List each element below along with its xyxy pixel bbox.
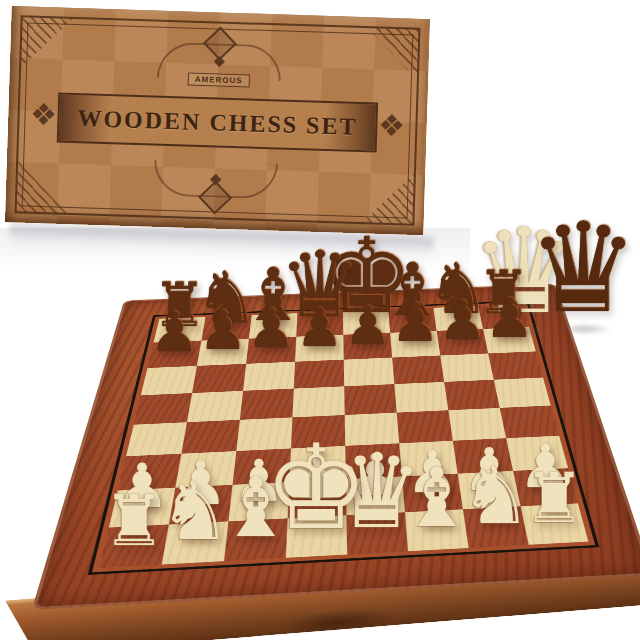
- square-e7: [343, 333, 392, 360]
- square-h2: [513, 468, 578, 506]
- square-c1: [224, 518, 288, 561]
- square-d2: [288, 479, 347, 518]
- square-g2: [458, 471, 521, 509]
- square-h1: [521, 503, 589, 544]
- square-a3: [118, 454, 182, 491]
- square-c2: [228, 482, 289, 521]
- square-e3: [345, 443, 402, 479]
- square-a5: [134, 393, 192, 425]
- square-b1: [162, 521, 229, 564]
- square-c3: [233, 448, 291, 484]
- square-c6: [243, 362, 295, 391]
- square-f7: [390, 331, 440, 358]
- square-h4: [500, 406, 559, 439]
- square-a8: [154, 317, 206, 343]
- square-b2: [169, 485, 233, 525]
- square-f3: [399, 441, 457, 477]
- square-e5: [344, 384, 396, 415]
- square-b3: [175, 451, 236, 488]
- square-h5: [494, 378, 551, 408]
- square-f6: [392, 356, 444, 385]
- square-e1: [346, 512, 408, 554]
- square-a2: [109, 488, 176, 528]
- square-a6: [141, 366, 197, 395]
- board-grid: [99, 304, 588, 568]
- square-e4: [345, 413, 399, 446]
- extra-black-queen-piece: ♛: [527, 206, 638, 330]
- square-b8: [201, 315, 251, 341]
- square-a4: [126, 422, 187, 456]
- square-c7: [246, 337, 296, 364]
- square-g6: [440, 353, 493, 381]
- square-d4: [291, 415, 345, 448]
- square-d1: [286, 515, 347, 558]
- square-e8: [343, 310, 390, 335]
- square-h3: [506, 436, 568, 471]
- square-f4: [397, 410, 453, 443]
- board-boundary-line: [88, 301, 600, 575]
- square-e2: [346, 476, 405, 515]
- product-photo: AMEROUS WOODEN CHESS SET ❖ ❖ ♛ ♛ ♜♞♝♛♚♝♞…: [0, 0, 640, 640]
- square-g4: [448, 408, 506, 441]
- square-d8: [296, 311, 343, 336]
- square-h6: [488, 351, 543, 379]
- square-g1: [463, 506, 529, 548]
- square-b5: [187, 391, 243, 422]
- square-g3: [453, 438, 513, 473]
- square-a7: [147, 341, 201, 368]
- square-d6: [294, 360, 344, 389]
- square-f8: [388, 308, 436, 333]
- square-c8: [249, 313, 297, 338]
- square-g5: [444, 380, 500, 411]
- square-f2: [402, 474, 463, 513]
- square-f5: [394, 382, 448, 413]
- square-f1: [405, 509, 469, 551]
- square-a1: [99, 524, 169, 567]
- square-b4: [181, 420, 239, 454]
- square-e6: [344, 358, 395, 387]
- square-d3: [289, 446, 345, 482]
- square-d7: [295, 335, 344, 362]
- square-c4: [236, 417, 292, 451]
- square-d5: [292, 386, 344, 417]
- square-b6: [192, 364, 246, 393]
- square-b7: [197, 339, 249, 366]
- square-c5: [240, 389, 294, 420]
